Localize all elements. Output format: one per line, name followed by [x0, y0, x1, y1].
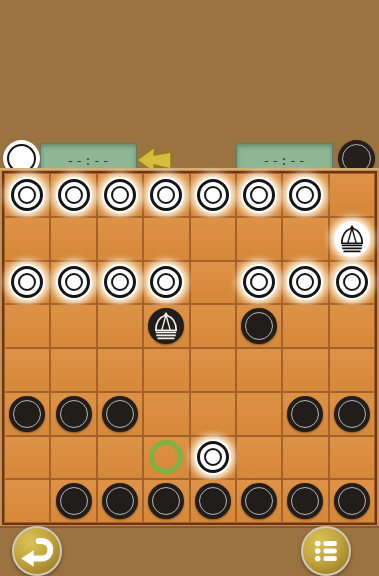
white-man[interactable]: [9, 264, 45, 300]
board-square[interactable]: [237, 393, 281, 435]
board-square[interactable]: [191, 393, 235, 435]
board-square[interactable]: [51, 262, 95, 304]
board-square[interactable]: [330, 218, 374, 260]
board-square[interactable]: [98, 174, 142, 216]
black-man[interactable]: [241, 308, 277, 344]
white-king[interactable]: [334, 221, 370, 257]
black-man[interactable]: [56, 396, 92, 432]
white-man[interactable]: [195, 439, 231, 475]
white-man[interactable]: [241, 177, 277, 213]
board-square[interactable]: [98, 218, 142, 260]
black-man[interactable]: [334, 396, 370, 432]
board-square[interactable]: [330, 305, 374, 347]
board-square[interactable]: [144, 349, 188, 391]
white-man[interactable]: [334, 264, 370, 300]
crown-icon: [149, 309, 183, 343]
board-square[interactable]: [330, 174, 374, 216]
board-square[interactable]: [330, 393, 374, 435]
board-square[interactable]: [237, 349, 281, 391]
white-man[interactable]: [148, 177, 184, 213]
move-highlight-ring[interactable]: [149, 440, 183, 474]
board-square[interactable]: [144, 393, 188, 435]
checkers-board: [2, 171, 377, 525]
board-square[interactable]: [191, 437, 235, 479]
white-clock-value: --:--: [66, 153, 110, 168]
board-square[interactable]: [283, 174, 327, 216]
board-square[interactable]: [237, 305, 281, 347]
board-square[interactable]: [283, 393, 327, 435]
black-man[interactable]: [102, 396, 138, 432]
board-square[interactable]: [144, 480, 188, 522]
black-clock-value: --:--: [262, 153, 306, 168]
black-man[interactable]: [287, 396, 323, 432]
undo-button[interactable]: [12, 526, 62, 576]
board-square[interactable]: [5, 437, 49, 479]
undo-arrow-icon: [17, 531, 57, 571]
board-square[interactable]: [237, 218, 281, 260]
board-square[interactable]: [191, 305, 235, 347]
white-man[interactable]: [102, 264, 138, 300]
board-square[interactable]: [237, 174, 281, 216]
board-frame: [0, 168, 379, 528]
black-man[interactable]: [9, 396, 45, 432]
crown-icon: [335, 222, 369, 256]
board-square[interactable]: [191, 174, 235, 216]
board-square[interactable]: [144, 218, 188, 260]
board-square[interactable]: [5, 349, 49, 391]
black-man[interactable]: [148, 483, 184, 519]
board-square[interactable]: [98, 437, 142, 479]
board-square[interactable]: [237, 480, 281, 522]
board-square[interactable]: [5, 393, 49, 435]
board-square[interactable]: [51, 437, 95, 479]
white-man[interactable]: [287, 264, 323, 300]
black-man[interactable]: [287, 483, 323, 519]
white-man[interactable]: [241, 264, 277, 300]
black-man[interactable]: [102, 483, 138, 519]
game-screen: --:-- --:--: [0, 0, 379, 576]
board-square[interactable]: [51, 174, 95, 216]
board-square[interactable]: [98, 262, 142, 304]
board-square[interactable]: [5, 218, 49, 260]
board-square[interactable]: [283, 305, 327, 347]
white-man[interactable]: [56, 264, 92, 300]
board-square[interactable]: [283, 349, 327, 391]
board-square[interactable]: [191, 349, 235, 391]
board-square[interactable]: [330, 437, 374, 479]
board-square[interactable]: [5, 174, 49, 216]
board-square[interactable]: [191, 218, 235, 260]
board-square[interactable]: [330, 262, 374, 304]
board-square[interactable]: [283, 218, 327, 260]
white-man[interactable]: [102, 177, 138, 213]
white-man[interactable]: [287, 177, 323, 213]
white-man[interactable]: [9, 177, 45, 213]
board-square[interactable]: [98, 305, 142, 347]
board-square[interactable]: [5, 305, 49, 347]
list-menu-icon: [306, 531, 346, 571]
menu-button[interactable]: [301, 526, 351, 576]
white-man[interactable]: [148, 264, 184, 300]
board-square[interactable]: [144, 437, 188, 479]
board-square[interactable]: [98, 349, 142, 391]
board-square[interactable]: [51, 480, 95, 522]
black-man[interactable]: [241, 483, 277, 519]
black-man[interactable]: [56, 483, 92, 519]
board-square[interactable]: [98, 480, 142, 522]
board-square[interactable]: [237, 437, 281, 479]
board-square[interactable]: [51, 349, 95, 391]
board-square[interactable]: [144, 174, 188, 216]
board-square[interactable]: [237, 262, 281, 304]
black-man[interactable]: [334, 483, 370, 519]
board-square[interactable]: [283, 437, 327, 479]
board-square[interactable]: [191, 262, 235, 304]
board-square[interactable]: [191, 480, 235, 522]
black-king[interactable]: [148, 308, 184, 344]
board-square[interactable]: [51, 305, 95, 347]
board-square[interactable]: [144, 262, 188, 304]
board-square[interactable]: [5, 262, 49, 304]
board-square[interactable]: [51, 218, 95, 260]
board-square[interactable]: [51, 393, 95, 435]
board-square[interactable]: [283, 262, 327, 304]
board-square[interactable]: [330, 480, 374, 522]
board-square[interactable]: [330, 349, 374, 391]
board-square[interactable]: [144, 305, 188, 347]
board-square[interactable]: [283, 480, 327, 522]
white-man[interactable]: [56, 177, 92, 213]
black-man[interactable]: [195, 483, 231, 519]
board-square[interactable]: [98, 393, 142, 435]
board-square[interactable]: [5, 480, 49, 522]
white-man[interactable]: [195, 177, 231, 213]
